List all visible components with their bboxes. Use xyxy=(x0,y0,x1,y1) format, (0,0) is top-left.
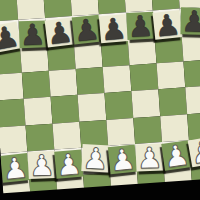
board-square-h7[interactable]: ♟ xyxy=(180,6,200,34)
board-square-f4[interactable] xyxy=(131,89,160,117)
board-square-f2[interactable]: ♟ xyxy=(135,142,164,170)
board-square-d2[interactable]: ♟ xyxy=(81,146,110,174)
board-square-g5[interactable] xyxy=(156,61,185,89)
white-pawn-icon: ♟ xyxy=(136,143,163,173)
board-square-c4[interactable] xyxy=(51,95,80,123)
black-pawn-icon: ♟ xyxy=(127,11,154,41)
black-pawn-tile[interactable]: ♟ xyxy=(152,10,182,39)
black-pawn-tile[interactable]: ♟ xyxy=(126,11,154,39)
white-pawn-icon: ♟ xyxy=(162,140,192,172)
black-pawn-tile[interactable]: ♟ xyxy=(99,14,128,43)
board-square-b4[interactable] xyxy=(24,97,53,125)
black-pawn-tile[interactable]: ♟ xyxy=(45,17,75,47)
board-square-g2[interactable]: ♟ xyxy=(162,140,191,168)
board-square-h5[interactable] xyxy=(183,59,200,87)
board-square-f7[interactable]: ♟ xyxy=(126,10,155,38)
black-pawn-icon: ♟ xyxy=(72,14,101,46)
board-square-d4[interactable] xyxy=(78,93,107,121)
board-square-e5[interactable] xyxy=(103,65,132,93)
black-pawn-icon: ♟ xyxy=(19,20,46,50)
white-pawn-tile[interactable]: ♟ xyxy=(81,144,109,172)
black-pawn-tile[interactable]: ♟ xyxy=(19,20,47,47)
white-pawn-icon: ♟ xyxy=(82,144,109,174)
black-pawn-tile[interactable]: ♟ xyxy=(180,7,200,34)
board-square-a4[interactable] xyxy=(0,99,25,127)
board-square-g4[interactable] xyxy=(158,87,187,115)
board-square-g7[interactable]: ♟ xyxy=(153,8,182,36)
board-square-f5[interactable] xyxy=(130,63,159,91)
black-pawn-icon: ♟ xyxy=(153,9,182,41)
board-square-c3[interactable] xyxy=(52,121,81,149)
board-screenshot: ♟♟♟♟♟♟♟♟♟♟♟♟♟♟♟♟ xyxy=(0,0,200,193)
white-pawn-tile[interactable]: ♟ xyxy=(161,140,191,170)
board-square-a7[interactable]: ♟ xyxy=(0,19,20,47)
board-square-a5[interactable] xyxy=(0,72,24,100)
black-pawn-icon: ♟ xyxy=(99,13,127,44)
board-square-h4[interactable] xyxy=(185,85,200,113)
board-square-b5[interactable] xyxy=(22,70,51,98)
white-pawn-tile[interactable]: ♟ xyxy=(136,144,164,171)
white-pawn-tile[interactable]: ♟ xyxy=(108,145,138,174)
board-square-h2[interactable]: ♟ xyxy=(189,138,200,166)
white-pawn-icon: ♟ xyxy=(1,153,30,185)
board-square-c5[interactable] xyxy=(49,68,78,96)
white-pawn-tile[interactable]: ♟ xyxy=(0,153,30,182)
board-square-b7[interactable]: ♟ xyxy=(18,17,47,45)
black-pawn-icon: ♟ xyxy=(181,7,200,36)
white-pawn-tile[interactable]: ♟ xyxy=(54,150,83,179)
chess-board[interactable]: ♟♟♟♟♟♟♟♟♟♟♟♟♟♟♟♟ xyxy=(0,0,200,193)
board-square-c2[interactable]: ♟ xyxy=(54,148,83,176)
black-pawn-icon: ♟ xyxy=(45,17,74,49)
white-pawn-icon: ♟ xyxy=(28,151,55,181)
white-pawn-tile[interactable]: ♟ xyxy=(28,151,56,178)
board-square-e4[interactable] xyxy=(104,91,133,119)
board-square-d5[interactable] xyxy=(76,67,105,95)
board-square-d7[interactable]: ♟ xyxy=(72,14,101,42)
board-square-a2[interactable]: ♟ xyxy=(0,152,29,180)
board-square-b2[interactable]: ♟ xyxy=(27,150,56,178)
board-square-e7[interactable]: ♟ xyxy=(99,12,128,40)
black-pawn-tile[interactable]: ♟ xyxy=(72,14,102,43)
board-square-c7[interactable]: ♟ xyxy=(45,16,74,44)
white-pawn-icon: ♟ xyxy=(55,149,83,180)
chess-app-viewport: ♟♟♟♟♟♟♟♟♟♟♟♟♟♟♟♟ xyxy=(0,0,200,200)
board-square-e2[interactable]: ♟ xyxy=(108,144,137,172)
white-pawn-icon: ♟ xyxy=(108,144,137,176)
